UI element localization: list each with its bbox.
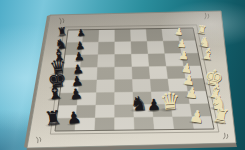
chess-piece-black-knight[interactable]: ♞: [130, 94, 148, 114]
chess-piece-white-pawn[interactable]: ♟: [189, 108, 206, 126]
chess-piece-white-pawn[interactable]: ♟: [174, 26, 183, 36]
chess-piece-white-rook[interactable]: ♜: [211, 105, 231, 127]
bishop-glyph: ♝: [46, 82, 65, 103]
pawn-glyph: ♟: [76, 28, 85, 38]
knight-glyph: ♞: [130, 94, 148, 114]
chess-piece-white-pawn[interactable]: ♟: [185, 85, 199, 101]
chess-piece-black-pawn[interactable]: ♟: [69, 86, 83, 102]
chess-piece-black-bishop[interactable]: ♝: [46, 82, 65, 103]
chess-piece-white-bishop[interactable]: ♝: [200, 46, 216, 63]
pawn-glyph: ♟: [66, 110, 82, 128]
pieces-layer: ♜♞♝♛♚♝♜♟♟♟♟♟♟♟♞♟♛♟♟♟♟♟♟♟♜♞♝♚♝♞♜: [0, 0, 245, 150]
pawn-glyph: ♟: [189, 108, 206, 126]
chess-titans-scene: ♜♞♝♛♚♝♜♟♟♟♟♟♟♟♞♟♛♟♟♟♟♟♟♟♜♞♝♚♝♞♜: [0, 0, 245, 150]
pawn-glyph: ♟: [69, 86, 83, 102]
chess-piece-black-rook[interactable]: ♜: [43, 107, 62, 128]
chess-piece-black-pawn[interactable]: ♟: [66, 110, 82, 128]
rook-glyph: ♜: [43, 107, 62, 128]
pawn-glyph: ♟: [185, 85, 199, 101]
chess-piece-white-queen[interactable]: ♛: [160, 90, 182, 114]
queen-glyph: ♛: [160, 90, 182, 114]
pawn-glyph: ♟: [174, 26, 183, 36]
rook-glyph: ♜: [211, 105, 231, 127]
chess-piece-black-pawn[interactable]: ♟: [76, 28, 85, 38]
bishop-glyph: ♝: [200, 46, 216, 63]
